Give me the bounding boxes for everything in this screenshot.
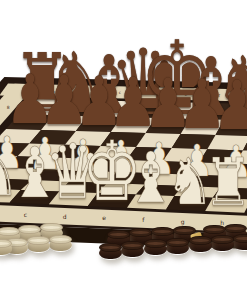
coordinate-label: h: [220, 219, 224, 226]
coordinate-label: d: [63, 213, 67, 220]
chess-set-photo: aabbccddeeffgghh8877665544332211 ♜♞♝♛♚♝♞…: [0, 0, 247, 296]
board-square: [174, 186, 220, 198]
coordinate-label: e: [102, 214, 106, 221]
coordinate-label: g: [181, 218, 185, 226]
coordinate-label: c: [24, 211, 27, 218]
chess-board: aabbccddeeffgghh8877665544332211: [0, 0, 247, 296]
coordinate-label: c: [119, 90, 121, 95]
board-square: [205, 198, 247, 213]
board-square: [166, 196, 213, 211]
coordinate-label: 8: [7, 105, 10, 110]
coordinate-label: d: [152, 91, 155, 96]
